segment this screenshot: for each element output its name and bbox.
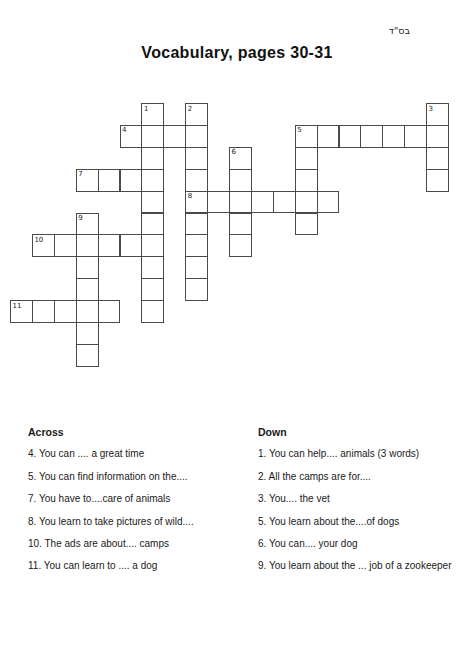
grid-cell[interactable] bbox=[317, 191, 340, 214]
grid-cell[interactable]: 2 bbox=[185, 103, 208, 126]
grid-cell[interactable] bbox=[185, 125, 208, 148]
grid-cell[interactable] bbox=[141, 125, 164, 148]
clue-number: 6 bbox=[232, 148, 236, 156]
clue-across-8: 8. You learn to take pictures of wild...… bbox=[28, 511, 194, 533]
page-title: Vocabulary, pages 30-31 bbox=[0, 44, 474, 62]
grid-cell[interactable] bbox=[317, 125, 340, 148]
grid-cell[interactable] bbox=[141, 191, 164, 214]
hebrew-header: בס"ד bbox=[389, 25, 410, 36]
clue-down-5: 5. You learn about the....of dogs bbox=[258, 511, 451, 533]
grid-cell[interactable]: 6 bbox=[229, 147, 252, 170]
grid-cell[interactable]: 11 bbox=[10, 300, 33, 323]
grid-cell[interactable] bbox=[141, 147, 164, 170]
clue-down-3: 3. You.... the vet bbox=[258, 488, 451, 510]
grid-cell[interactable] bbox=[120, 169, 143, 192]
grid-cell[interactable] bbox=[382, 125, 405, 148]
grid-cell[interactable]: 4 bbox=[120, 125, 143, 148]
clue-number: 3 bbox=[429, 105, 433, 113]
grid-cell[interactable] bbox=[32, 300, 55, 323]
grid-cell[interactable] bbox=[251, 191, 274, 214]
clue-across-5: 5. You can find information on the.... bbox=[28, 466, 194, 488]
grid-cell[interactable] bbox=[185, 234, 208, 257]
grid-cell[interactable] bbox=[426, 147, 449, 170]
grid-cell[interactable] bbox=[185, 147, 208, 170]
across-header: Across bbox=[28, 421, 194, 443]
grid-cell[interactable] bbox=[229, 191, 252, 214]
clue-across-7: 7. You have to....care of animals bbox=[28, 488, 194, 510]
clue-number: 10 bbox=[34, 236, 43, 244]
grid-cell[interactable]: 9 bbox=[76, 213, 99, 236]
grid-cell[interactable]: 10 bbox=[32, 234, 55, 257]
clue-down-2: 2. All the camps are for.... bbox=[258, 466, 451, 488]
grid-cell[interactable] bbox=[163, 125, 186, 148]
grid-cell[interactable] bbox=[98, 300, 121, 323]
grid-cell[interactable] bbox=[229, 234, 252, 257]
grid-cell[interactable] bbox=[229, 169, 252, 192]
grid-cell[interactable] bbox=[98, 234, 121, 257]
clue-down-9: 9. You learn about the ... job of a zook… bbox=[258, 555, 451, 577]
grid-cell[interactable]: 3 bbox=[426, 103, 449, 126]
grid-cell[interactable] bbox=[360, 125, 383, 148]
clue-number: 4 bbox=[122, 126, 126, 134]
grid-cell[interactable] bbox=[426, 125, 449, 148]
grid-cell[interactable] bbox=[141, 169, 164, 192]
grid-cell[interactable] bbox=[141, 213, 164, 236]
clue-number: 2 bbox=[188, 105, 192, 113]
grid-cell[interactable] bbox=[339, 125, 362, 148]
across-clues-section: Across 4. You can .... a great time 5. Y… bbox=[28, 421, 194, 578]
clue-number: 9 bbox=[78, 214, 82, 222]
grid-cell[interactable] bbox=[141, 300, 164, 323]
grid-cell[interactable] bbox=[76, 322, 99, 345]
grid-cell[interactable] bbox=[76, 256, 99, 279]
grid-cell[interactable]: 1 bbox=[141, 103, 164, 126]
grid-cell[interactable] bbox=[76, 278, 99, 301]
grid-cell[interactable] bbox=[185, 256, 208, 279]
grid-cell[interactable] bbox=[295, 213, 318, 236]
grid-cell[interactable] bbox=[273, 191, 296, 214]
clue-number: 11 bbox=[13, 302, 22, 310]
clue-across-11: 11. You can learn to .... a dog bbox=[28, 555, 194, 577]
grid-cell[interactable] bbox=[141, 278, 164, 301]
grid-cell[interactable] bbox=[141, 234, 164, 257]
grid-cell[interactable]: 7 bbox=[76, 169, 99, 192]
clue-number: 7 bbox=[78, 170, 82, 178]
grid-cell[interactable] bbox=[207, 191, 230, 214]
grid-cell[interactable] bbox=[185, 213, 208, 236]
crossword-grid: 1234567891011 bbox=[10, 103, 450, 368]
clue-down-1: 1. You can help.... animals (3 words) bbox=[258, 443, 451, 465]
grid-cell[interactable] bbox=[185, 169, 208, 192]
grid-cell[interactable] bbox=[98, 169, 121, 192]
grid-cell[interactable] bbox=[76, 300, 99, 323]
grid-cell[interactable] bbox=[229, 213, 252, 236]
grid-cell[interactable] bbox=[120, 234, 143, 257]
clue-number: 1 bbox=[144, 105, 148, 113]
clue-number: 5 bbox=[297, 126, 301, 134]
grid-cell[interactable]: 8 bbox=[185, 191, 208, 214]
grid-cell[interactable] bbox=[76, 344, 99, 367]
clue-number: 8 bbox=[188, 192, 192, 200]
clue-across-4: 4. You can .... a great time bbox=[28, 443, 194, 465]
clue-down-6: 6. You can.... your dog bbox=[258, 533, 451, 555]
worksheet-page: בס"ד Vocabulary, pages 30-31 12345678910… bbox=[0, 0, 474, 669]
grid-cell[interactable] bbox=[295, 147, 318, 170]
clue-across-10: 10. The ads are about.... camps bbox=[28, 533, 194, 555]
down-header: Down bbox=[258, 421, 451, 443]
grid-cell[interactable] bbox=[404, 125, 427, 148]
grid-cell[interactable] bbox=[141, 256, 164, 279]
grid-cell[interactable]: 5 bbox=[295, 125, 318, 148]
grid-cell[interactable] bbox=[54, 300, 77, 323]
grid-cell[interactable] bbox=[76, 234, 99, 257]
grid-cell[interactable] bbox=[185, 278, 208, 301]
grid-cell[interactable] bbox=[54, 234, 77, 257]
grid-cell[interactable] bbox=[295, 191, 318, 214]
grid-cell[interactable] bbox=[295, 169, 318, 192]
down-clues-section: Down 1. You can help.... animals (3 word… bbox=[258, 421, 451, 578]
grid-cell[interactable] bbox=[426, 169, 449, 192]
